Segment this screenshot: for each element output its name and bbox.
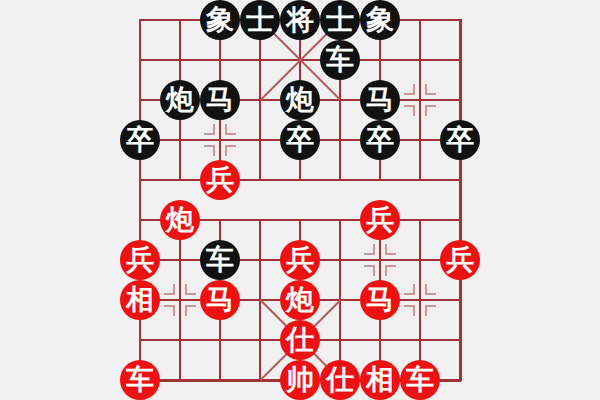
piece-red-general[interactable]: 帅: [280, 360, 320, 400]
piece-red-horse[interactable]: 马: [360, 280, 400, 320]
piece-red-soldier[interactable]: 兵: [120, 240, 160, 280]
piece-black-soldier[interactable]: 卒: [440, 120, 480, 160]
piece-red-soldier[interactable]: 兵: [280, 240, 320, 280]
piece-red-chariot[interactable]: 车: [120, 360, 160, 400]
piece-black-soldier[interactable]: 卒: [280, 120, 320, 160]
piece-black-cannon[interactable]: 炮: [160, 80, 200, 120]
piece-black-elephant[interactable]: 象: [360, 0, 400, 40]
piece-red-chariot[interactable]: 车: [400, 360, 440, 400]
piece-black-horse[interactable]: 马: [200, 80, 240, 120]
xiangqi-screenshot: 象士将士象车炮马炮马卒卒卒卒兵炮兵兵车兵兵相马炮马仕车帅仕相车: [0, 0, 600, 400]
piece-red-horse[interactable]: 马: [200, 280, 240, 320]
piece-red-elephant[interactable]: 相: [360, 360, 400, 400]
piece-red-advisor[interactable]: 仕: [320, 360, 360, 400]
xiangqi-board[interactable]: 象士将士象车炮马炮马卒卒卒卒兵炮兵兵车兵兵相马炮马仕车帅仕相车: [120, 0, 480, 400]
piece-red-advisor[interactable]: 仕: [280, 320, 320, 360]
piece-black-soldier[interactable]: 卒: [120, 120, 160, 160]
piece-black-general[interactable]: 将: [280, 0, 320, 40]
piece-black-advisor[interactable]: 士: [320, 0, 360, 40]
piece-red-soldier[interactable]: 兵: [440, 240, 480, 280]
piece-red-soldier[interactable]: 兵: [200, 160, 240, 200]
piece-red-soldier[interactable]: 兵: [360, 200, 400, 240]
piece-red-cannon[interactable]: 炮: [160, 200, 200, 240]
piece-red-cannon[interactable]: 炮: [280, 280, 320, 320]
piece-black-cannon[interactable]: 炮: [280, 80, 320, 120]
piece-black-soldier[interactable]: 卒: [360, 120, 400, 160]
piece-red-elephant[interactable]: 相: [120, 280, 160, 320]
piece-black-horse[interactable]: 马: [360, 80, 400, 120]
piece-black-elephant[interactable]: 象: [200, 0, 240, 40]
piece-black-chariot[interactable]: 车: [200, 240, 240, 280]
piece-black-chariot[interactable]: 车: [320, 40, 360, 80]
piece-black-advisor[interactable]: 士: [240, 0, 280, 40]
